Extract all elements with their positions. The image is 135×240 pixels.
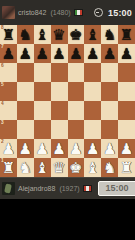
player-avatar[interactable] xyxy=(2,182,15,195)
player-flag-icon xyxy=(83,185,92,192)
square-b6[interactable] xyxy=(17,63,34,82)
piece-black-pawn: ♟ xyxy=(52,46,65,61)
piece-black-knight: ♞ xyxy=(103,27,116,42)
square-c4[interactable] xyxy=(34,101,51,120)
piece-white-pawn: ♟ xyxy=(86,141,99,156)
piece-white-bishop: ♝ xyxy=(86,160,99,175)
piece-white-king: ♚ xyxy=(69,160,82,175)
square-b7[interactable]: ♟ xyxy=(17,44,34,63)
square-d5[interactable] xyxy=(51,82,68,101)
square-a4[interactable]: 4 xyxy=(0,101,17,120)
square-c1[interactable]: ♝ xyxy=(34,158,51,177)
square-h5[interactable] xyxy=(118,82,135,101)
square-g8[interactable]: ♞ xyxy=(101,25,118,44)
square-a1[interactable]: 1♜ xyxy=(0,158,17,177)
square-f5[interactable] xyxy=(84,82,101,101)
square-b2[interactable]: ♟ xyxy=(17,139,34,158)
square-b1[interactable]: ♞ xyxy=(17,158,34,177)
square-d3[interactable] xyxy=(51,120,68,139)
piece-black-rook: ♜ xyxy=(2,27,15,42)
opponent-name: cristo842 xyxy=(18,9,46,16)
square-h7[interactable]: ♟ xyxy=(118,44,135,63)
square-f7[interactable]: ♟ xyxy=(84,44,101,63)
square-b8[interactable]: ♞ xyxy=(17,25,34,44)
square-e6[interactable] xyxy=(68,63,85,82)
rank-coordinate-label: 4 xyxy=(1,101,4,106)
square-b5[interactable] xyxy=(17,82,34,101)
square-b4[interactable] xyxy=(17,101,34,120)
square-e5[interactable] xyxy=(68,82,85,101)
piece-white-pawn: ♟ xyxy=(19,141,32,156)
piece-white-pawn: ♟ xyxy=(120,141,133,156)
rank-coordinate-label: 3 xyxy=(1,120,4,125)
piece-black-bishop: ♝ xyxy=(86,27,99,42)
square-g1[interactable]: ♞ xyxy=(101,158,118,177)
piece-black-pawn: ♟ xyxy=(19,46,32,61)
square-d7[interactable]: ♟ xyxy=(51,44,68,63)
piece-white-pawn: ♟ xyxy=(2,141,15,156)
player-clock-active: 15:00 xyxy=(98,181,135,196)
square-g2[interactable]: ♟ xyxy=(101,139,118,158)
square-c3[interactable] xyxy=(34,120,51,139)
piece-black-king: ♚ xyxy=(69,27,82,42)
square-d4[interactable] xyxy=(51,101,68,120)
square-h4[interactable] xyxy=(118,101,135,120)
square-a5[interactable]: 5 xyxy=(0,82,17,101)
square-f1[interactable]: ♝ xyxy=(84,158,101,177)
piece-white-knight: ♞ xyxy=(103,160,116,175)
square-e7[interactable]: ♟ xyxy=(68,44,85,63)
square-d1[interactable]: ♛ xyxy=(51,158,68,177)
square-h2[interactable]: ♟ xyxy=(118,139,135,158)
square-h6[interactable] xyxy=(118,63,135,82)
square-h3[interactable] xyxy=(118,120,135,139)
piece-black-knight: ♞ xyxy=(19,27,32,42)
square-c8[interactable]: ♝ xyxy=(34,25,51,44)
piece-white-pawn: ♟ xyxy=(103,141,116,156)
piece-black-pawn: ♟ xyxy=(35,46,48,61)
square-d6[interactable] xyxy=(51,63,68,82)
square-d8[interactable]: ♛ xyxy=(51,25,68,44)
square-e3[interactable] xyxy=(68,120,85,139)
rank-coordinate-label: 5 xyxy=(1,82,4,87)
empty-bottom-area xyxy=(0,199,135,240)
square-g5[interactable] xyxy=(101,82,118,101)
piece-black-rook: ♜ xyxy=(120,27,133,42)
piece-black-pawn: ♟ xyxy=(103,46,116,61)
square-b3[interactable] xyxy=(17,120,34,139)
square-f3[interactable] xyxy=(84,120,101,139)
piece-white-pawn: ♟ xyxy=(52,141,65,156)
square-f6[interactable] xyxy=(84,63,101,82)
player-bar[interactable]: Alejandro88 (1927) 15:00 xyxy=(0,177,135,199)
square-h8[interactable]: ♜ xyxy=(118,25,135,44)
square-c2[interactable]: ♟ xyxy=(34,139,51,158)
square-e8[interactable]: ♚ xyxy=(68,25,85,44)
piece-black-bishop: ♝ xyxy=(35,27,48,42)
opponent-clock: 15:00 xyxy=(108,8,133,18)
piece-white-bishop: ♝ xyxy=(35,160,48,175)
square-c6[interactable] xyxy=(34,63,51,82)
piece-black-pawn: ♟ xyxy=(86,46,99,61)
square-c5[interactable] xyxy=(34,82,51,101)
piece-black-pawn: ♟ xyxy=(120,46,133,61)
square-g3[interactable] xyxy=(101,120,118,139)
square-g6[interactable] xyxy=(101,63,118,82)
opponent-rating: (1480) xyxy=(50,9,70,16)
piece-white-rook: ♜ xyxy=(2,160,15,175)
square-f4[interactable] xyxy=(84,101,101,120)
square-e1[interactable]: ♚ xyxy=(68,158,85,177)
piece-white-pawn: ♟ xyxy=(35,141,48,156)
piece-white-knight: ♞ xyxy=(19,160,32,175)
square-e4[interactable] xyxy=(68,101,85,120)
square-a3[interactable]: 3 xyxy=(0,120,17,139)
square-g4[interactable] xyxy=(101,101,118,120)
square-d2[interactable]: ♟ xyxy=(51,139,68,158)
square-a6[interactable]: 6 xyxy=(0,63,17,82)
piece-white-pawn: ♟ xyxy=(69,141,82,156)
piece-white-rook: ♜ xyxy=(120,160,133,175)
piece-black-pawn: ♟ xyxy=(69,46,82,61)
square-a7[interactable]: 7♟ xyxy=(0,44,17,63)
square-e2[interactable]: ♟ xyxy=(68,139,85,158)
player-name: Alejandro88 xyxy=(18,185,55,192)
opponent-flag-icon xyxy=(74,9,83,16)
piece-white-queen: ♛ xyxy=(52,160,65,175)
square-c7[interactable]: ♟ xyxy=(34,44,51,63)
square-a2[interactable]: 2♟ xyxy=(0,139,17,158)
square-h1[interactable]: ♜ xyxy=(118,158,135,177)
piece-black-pawn: ♟ xyxy=(2,46,15,61)
rank-coordinate-label: 6 xyxy=(1,63,4,68)
opponent-avatar[interactable] xyxy=(2,6,15,19)
square-f2[interactable]: ♟ xyxy=(84,139,101,158)
piece-black-queen: ♛ xyxy=(52,27,65,42)
player-rating: (1927) xyxy=(59,185,79,192)
square-f8[interactable]: ♝ xyxy=(84,25,101,44)
chess-board: 8♜♞♝♛♚♝♞♜7♟♟♟♟♟♟♟♟65432♟♟♟♟♟♟♟♟1♜♞♝♛♚♝♞♜ xyxy=(0,25,135,177)
opponent-player-bar[interactable]: cristo842 (1480) 15:00 xyxy=(0,0,135,25)
square-g7[interactable]: ♟ xyxy=(101,44,118,63)
chess-app-screen: cristo842 (1480) 15:00 8♜♞♝♛♚♝♞♜7♟♟♟♟♟♟♟… xyxy=(0,0,135,240)
square-a8[interactable]: 8♜ xyxy=(0,25,17,44)
timer-icon xyxy=(94,8,103,17)
